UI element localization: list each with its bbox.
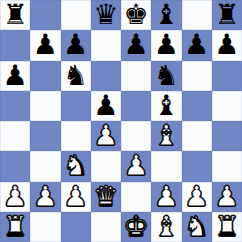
square-g3[interactable]	[182, 151, 212, 181]
square-e4[interactable]	[121, 121, 151, 151]
square-e3[interactable]: ♟	[121, 151, 151, 181]
piece-black-pawn-b7[interactable]: ♟	[33, 31, 58, 59]
square-b5[interactable]	[30, 91, 60, 121]
square-d5[interactable]: ♟	[91, 91, 121, 121]
square-b6[interactable]	[30, 61, 60, 91]
square-e8[interactable]: ♚	[121, 0, 151, 30]
square-a8[interactable]: ♜	[0, 0, 30, 30]
piece-black-queen-d8[interactable]: ♛	[93, 1, 118, 29]
square-d1[interactable]	[91, 212, 121, 242]
piece-white-pawn-a2[interactable]: ♟	[3, 183, 28, 211]
piece-black-bishop-f8[interactable]: ♝	[154, 1, 179, 29]
piece-black-king-e8[interactable]: ♚	[124, 1, 149, 29]
square-g4[interactable]	[182, 121, 212, 151]
piece-white-bishop-f1[interactable]: ♝	[154, 213, 179, 241]
piece-white-pawn-d4[interactable]: ♟	[93, 122, 118, 150]
square-e5[interactable]	[121, 91, 151, 121]
square-h3[interactable]	[212, 151, 242, 181]
square-g8[interactable]	[182, 0, 212, 30]
square-f6[interactable]: ♞	[151, 61, 181, 91]
piece-white-king-e1[interactable]: ♚	[124, 213, 149, 241]
square-c5[interactable]	[61, 91, 91, 121]
square-h1[interactable]: ♜	[212, 212, 242, 242]
square-a6[interactable]: ♟	[0, 61, 30, 91]
square-h2[interactable]: ♟	[212, 182, 242, 212]
square-h5[interactable]	[212, 91, 242, 121]
piece-white-rook-h1[interactable]: ♜	[214, 213, 239, 241]
square-c6[interactable]: ♞	[61, 61, 91, 91]
piece-white-knight-g1[interactable]: ♞	[184, 213, 209, 241]
piece-black-rook-h8[interactable]: ♜	[214, 1, 239, 29]
square-h4[interactable]	[212, 121, 242, 151]
piece-black-pawn-a6[interactable]: ♟	[3, 62, 28, 90]
square-f5[interactable]: ♝	[151, 91, 181, 121]
square-b2[interactable]: ♟	[30, 182, 60, 212]
square-b8[interactable]	[30, 0, 60, 30]
square-d6[interactable]	[91, 61, 121, 91]
square-d2[interactable]: ♛	[91, 182, 121, 212]
piece-white-rook-a1[interactable]: ♜	[3, 213, 28, 241]
square-b7[interactable]: ♟	[30, 30, 60, 60]
piece-white-pawn-b2[interactable]: ♟	[33, 183, 58, 211]
square-b3[interactable]	[30, 151, 60, 181]
piece-white-pawn-e3[interactable]: ♟	[124, 152, 149, 180]
square-a3[interactable]	[0, 151, 30, 181]
square-c2[interactable]: ♟	[61, 182, 91, 212]
square-c7[interactable]: ♟	[61, 30, 91, 60]
square-e7[interactable]: ♟	[121, 30, 151, 60]
square-g1[interactable]: ♞	[182, 212, 212, 242]
piece-black-knight-c6[interactable]: ♞	[63, 62, 88, 90]
square-d3[interactable]	[91, 151, 121, 181]
square-f8[interactable]: ♝	[151, 0, 181, 30]
piece-white-queen-d2[interactable]: ♛	[93, 183, 118, 211]
piece-black-pawn-g7[interactable]: ♟	[184, 31, 209, 59]
piece-black-pawn-h7[interactable]: ♟	[214, 31, 239, 59]
square-g6[interactable]	[182, 61, 212, 91]
piece-white-pawn-c2[interactable]: ♟	[63, 183, 88, 211]
piece-white-bishop-f4[interactable]: ♝	[154, 122, 179, 150]
square-b4[interactable]	[30, 121, 60, 151]
square-a4[interactable]	[0, 121, 30, 151]
square-b1[interactable]	[30, 212, 60, 242]
chess-board: ♜♛♚♝♜♟♟♟♟♟♟♟♞♞♟♝♟♝♞♟♟♟♟♛♟♟♟♜♚♝♞♜	[0, 0, 242, 242]
piece-black-pawn-f7[interactable]: ♟	[154, 31, 179, 59]
square-f2[interactable]: ♟	[151, 182, 181, 212]
square-f4[interactable]: ♝	[151, 121, 181, 151]
square-a5[interactable]	[0, 91, 30, 121]
piece-white-pawn-h2[interactable]: ♟	[214, 183, 239, 211]
square-h6[interactable]	[212, 61, 242, 91]
square-c3[interactable]: ♞	[61, 151, 91, 181]
square-f1[interactable]: ♝	[151, 212, 181, 242]
piece-black-bishop-f5[interactable]: ♝	[154, 92, 179, 120]
piece-black-rook-a8[interactable]: ♜	[3, 1, 28, 29]
square-g5[interactable]	[182, 91, 212, 121]
square-f7[interactable]: ♟	[151, 30, 181, 60]
square-e1[interactable]: ♚	[121, 212, 151, 242]
square-h7[interactable]: ♟	[212, 30, 242, 60]
square-a7[interactable]	[0, 30, 30, 60]
square-c4[interactable]	[61, 121, 91, 151]
square-d7[interactable]	[91, 30, 121, 60]
square-a1[interactable]: ♜	[0, 212, 30, 242]
piece-white-pawn-g2[interactable]: ♟	[184, 183, 209, 211]
square-a2[interactable]: ♟	[0, 182, 30, 212]
square-c1[interactable]	[61, 212, 91, 242]
piece-black-pawn-e7[interactable]: ♟	[124, 31, 149, 59]
square-e6[interactable]	[121, 61, 151, 91]
square-c8[interactable]	[61, 0, 91, 30]
square-h8[interactable]: ♜	[212, 0, 242, 30]
square-f3[interactable]	[151, 151, 181, 181]
piece-white-knight-c3[interactable]: ♞	[63, 152, 88, 180]
piece-black-pawn-c7[interactable]: ♟	[63, 31, 88, 59]
square-g7[interactable]: ♟	[182, 30, 212, 60]
square-g2[interactable]: ♟	[182, 182, 212, 212]
piece-black-knight-f6[interactable]: ♞	[154, 62, 179, 90]
square-d4[interactable]: ♟	[91, 121, 121, 151]
square-d8[interactable]: ♛	[91, 0, 121, 30]
piece-black-pawn-d5[interactable]: ♟	[93, 92, 118, 120]
square-e2[interactable]	[121, 182, 151, 212]
piece-white-pawn-f2[interactable]: ♟	[154, 183, 179, 211]
